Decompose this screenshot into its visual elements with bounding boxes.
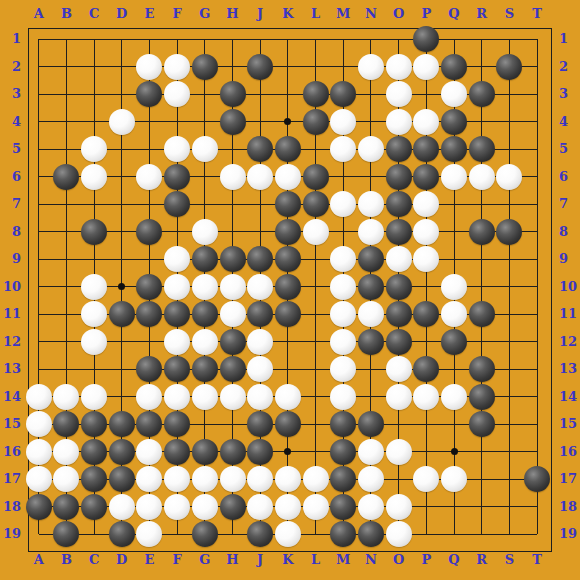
point-O2[interactable] [385,53,413,81]
point-N6[interactable] [357,163,385,191]
point-T2[interactable] [523,53,551,81]
point-A18[interactable] [25,493,53,521]
point-M1[interactable] [329,25,357,53]
point-F8[interactable] [163,218,191,246]
point-A6[interactable] [25,163,53,191]
point-N3[interactable] [357,80,385,108]
point-T15[interactable] [523,410,551,438]
point-C14[interactable] [80,383,108,411]
point-P14[interactable] [412,383,440,411]
point-M2[interactable] [329,53,357,81]
point-A9[interactable] [25,245,53,273]
point-A13[interactable] [25,355,53,383]
point-M6[interactable] [329,163,357,191]
point-T13[interactable] [523,355,551,383]
point-A3[interactable] [25,80,53,108]
point-L19[interactable] [302,520,330,548]
point-M11[interactable] [329,300,357,328]
point-K13[interactable] [274,355,302,383]
point-K3[interactable] [274,80,302,108]
point-F12[interactable] [163,328,191,356]
point-B7[interactable] [53,190,81,218]
point-K8[interactable] [274,218,302,246]
point-M16[interactable] [329,438,357,466]
point-E8[interactable] [136,218,164,246]
point-G1[interactable] [191,25,219,53]
point-S15[interactable] [496,410,524,438]
point-E13[interactable] [136,355,164,383]
point-J10[interactable] [246,273,274,301]
point-P16[interactable] [412,438,440,466]
point-O6[interactable] [385,163,413,191]
point-C16[interactable] [80,438,108,466]
point-P19[interactable] [412,520,440,548]
point-F13[interactable] [163,355,191,383]
point-K14[interactable] [274,383,302,411]
point-P6[interactable] [412,163,440,191]
point-F9[interactable] [163,245,191,273]
point-C15[interactable] [80,410,108,438]
point-Q17[interactable] [440,465,468,493]
point-C3[interactable] [80,80,108,108]
point-F5[interactable] [163,135,191,163]
point-H5[interactable] [219,135,247,163]
point-P18[interactable] [412,493,440,521]
point-R7[interactable] [468,190,496,218]
point-Q2[interactable] [440,53,468,81]
point-D4[interactable] [108,108,136,136]
point-K4[interactable] [274,108,302,136]
point-F4[interactable] [163,108,191,136]
point-M9[interactable] [329,245,357,273]
point-C2[interactable] [80,53,108,81]
point-Q8[interactable] [440,218,468,246]
point-N2[interactable] [357,53,385,81]
point-Q11[interactable] [440,300,468,328]
point-B9[interactable] [53,245,81,273]
point-G15[interactable] [191,410,219,438]
point-R8[interactable] [468,218,496,246]
point-O13[interactable] [385,355,413,383]
point-D12[interactable] [108,328,136,356]
point-P8[interactable] [412,218,440,246]
point-N5[interactable] [357,135,385,163]
point-H4[interactable] [219,108,247,136]
point-G8[interactable] [191,218,219,246]
point-S4[interactable] [496,108,524,136]
point-P13[interactable] [412,355,440,383]
point-B17[interactable] [53,465,81,493]
point-L18[interactable] [302,493,330,521]
point-R3[interactable] [468,80,496,108]
point-S3[interactable] [496,80,524,108]
point-N19[interactable] [357,520,385,548]
point-D19[interactable] [108,520,136,548]
point-Q19[interactable] [440,520,468,548]
point-P9[interactable] [412,245,440,273]
point-L7[interactable] [302,190,330,218]
point-O5[interactable] [385,135,413,163]
point-L14[interactable] [302,383,330,411]
point-B11[interactable] [53,300,81,328]
point-T16[interactable] [523,438,551,466]
point-M8[interactable] [329,218,357,246]
point-C10[interactable] [80,273,108,301]
point-L3[interactable] [302,80,330,108]
point-E2[interactable] [136,53,164,81]
point-R9[interactable] [468,245,496,273]
point-N10[interactable] [357,273,385,301]
point-E12[interactable] [136,328,164,356]
point-M3[interactable] [329,80,357,108]
point-S5[interactable] [496,135,524,163]
point-P15[interactable] [412,410,440,438]
point-B4[interactable] [53,108,81,136]
point-T14[interactable] [523,383,551,411]
point-J6[interactable] [246,163,274,191]
point-M17[interactable] [329,465,357,493]
point-F1[interactable] [163,25,191,53]
point-F19[interactable] [163,520,191,548]
point-G4[interactable] [191,108,219,136]
point-Q12[interactable] [440,328,468,356]
point-H11[interactable] [219,300,247,328]
point-K17[interactable] [274,465,302,493]
point-C12[interactable] [80,328,108,356]
point-M10[interactable] [329,273,357,301]
point-M4[interactable] [329,108,357,136]
point-L16[interactable] [302,438,330,466]
point-B16[interactable] [53,438,81,466]
point-N8[interactable] [357,218,385,246]
point-N15[interactable] [357,410,385,438]
point-A7[interactable] [25,190,53,218]
point-K5[interactable] [274,135,302,163]
point-T8[interactable] [523,218,551,246]
point-M7[interactable] [329,190,357,218]
point-D15[interactable] [108,410,136,438]
point-T4[interactable] [523,108,551,136]
point-D17[interactable] [108,465,136,493]
point-Q9[interactable] [440,245,468,273]
point-N9[interactable] [357,245,385,273]
point-M14[interactable] [329,383,357,411]
point-R13[interactable] [468,355,496,383]
point-S12[interactable] [496,328,524,356]
point-N4[interactable] [357,108,385,136]
point-T5[interactable] [523,135,551,163]
point-E18[interactable] [136,493,164,521]
point-A10[interactable] [25,273,53,301]
point-L15[interactable] [302,410,330,438]
point-P4[interactable] [412,108,440,136]
point-C17[interactable] [80,465,108,493]
point-B3[interactable] [53,80,81,108]
point-B1[interactable] [53,25,81,53]
point-B6[interactable] [53,163,81,191]
point-C18[interactable] [80,493,108,521]
point-H6[interactable] [219,163,247,191]
point-C6[interactable] [80,163,108,191]
point-E17[interactable] [136,465,164,493]
point-A14[interactable] [25,383,53,411]
point-Q18[interactable] [440,493,468,521]
point-A4[interactable] [25,108,53,136]
point-O18[interactable] [385,493,413,521]
point-T12[interactable] [523,328,551,356]
point-K2[interactable] [274,53,302,81]
point-N16[interactable] [357,438,385,466]
point-N7[interactable] [357,190,385,218]
point-A15[interactable] [25,410,53,438]
point-R18[interactable] [468,493,496,521]
point-H15[interactable] [219,410,247,438]
point-B13[interactable] [53,355,81,383]
point-F18[interactable] [163,493,191,521]
point-R2[interactable] [468,53,496,81]
point-P1[interactable] [412,25,440,53]
point-B10[interactable] [53,273,81,301]
point-R1[interactable] [468,25,496,53]
point-O19[interactable] [385,520,413,548]
point-R6[interactable] [468,163,496,191]
point-B15[interactable] [53,410,81,438]
point-L9[interactable] [302,245,330,273]
point-R16[interactable] [468,438,496,466]
point-E16[interactable] [136,438,164,466]
point-G14[interactable] [191,383,219,411]
point-E7[interactable] [136,190,164,218]
point-G6[interactable] [191,163,219,191]
point-Q4[interactable] [440,108,468,136]
point-Q10[interactable] [440,273,468,301]
point-H10[interactable] [219,273,247,301]
point-E3[interactable] [136,80,164,108]
point-J18[interactable] [246,493,274,521]
point-N1[interactable] [357,25,385,53]
point-P2[interactable] [412,53,440,81]
point-E15[interactable] [136,410,164,438]
point-A12[interactable] [25,328,53,356]
point-F15[interactable] [163,410,191,438]
point-Q1[interactable] [440,25,468,53]
point-D14[interactable] [108,383,136,411]
point-D8[interactable] [108,218,136,246]
point-H17[interactable] [219,465,247,493]
point-S13[interactable] [496,355,524,383]
point-L4[interactable] [302,108,330,136]
point-M15[interactable] [329,410,357,438]
point-N13[interactable] [357,355,385,383]
point-J19[interactable] [246,520,274,548]
point-P3[interactable] [412,80,440,108]
point-C4[interactable] [80,108,108,136]
point-R4[interactable] [468,108,496,136]
point-E11[interactable] [136,300,164,328]
point-O7[interactable] [385,190,413,218]
point-Q3[interactable] [440,80,468,108]
point-T9[interactable] [523,245,551,273]
point-G16[interactable] [191,438,219,466]
point-Q5[interactable] [440,135,468,163]
point-A1[interactable] [25,25,53,53]
point-O12[interactable] [385,328,413,356]
point-J1[interactable] [246,25,274,53]
point-J17[interactable] [246,465,274,493]
point-G7[interactable] [191,190,219,218]
point-H1[interactable] [219,25,247,53]
point-J4[interactable] [246,108,274,136]
point-K19[interactable] [274,520,302,548]
point-G17[interactable] [191,465,219,493]
point-L1[interactable] [302,25,330,53]
point-N12[interactable] [357,328,385,356]
point-A17[interactable] [25,465,53,493]
point-H2[interactable] [219,53,247,81]
point-H7[interactable] [219,190,247,218]
point-A19[interactable] [25,520,53,548]
point-J15[interactable] [246,410,274,438]
point-S7[interactable] [496,190,524,218]
point-J13[interactable] [246,355,274,383]
point-H8[interactable] [219,218,247,246]
point-E19[interactable] [136,520,164,548]
point-F7[interactable] [163,190,191,218]
point-R14[interactable] [468,383,496,411]
point-Q15[interactable] [440,410,468,438]
point-F6[interactable] [163,163,191,191]
point-J8[interactable] [246,218,274,246]
point-D2[interactable] [108,53,136,81]
point-B19[interactable] [53,520,81,548]
point-O3[interactable] [385,80,413,108]
point-F16[interactable] [163,438,191,466]
point-E1[interactable] [136,25,164,53]
point-H9[interactable] [219,245,247,273]
point-K6[interactable] [274,163,302,191]
point-O9[interactable] [385,245,413,273]
point-P17[interactable] [412,465,440,493]
point-H19[interactable] [219,520,247,548]
point-H14[interactable] [219,383,247,411]
point-T7[interactable] [523,190,551,218]
point-H18[interactable] [219,493,247,521]
point-C13[interactable] [80,355,108,383]
point-Q16[interactable] [440,438,468,466]
point-B12[interactable] [53,328,81,356]
point-T17[interactable] [523,465,551,493]
point-J9[interactable] [246,245,274,273]
point-S6[interactable] [496,163,524,191]
point-L10[interactable] [302,273,330,301]
point-O1[interactable] [385,25,413,53]
point-A11[interactable] [25,300,53,328]
point-C8[interactable] [80,218,108,246]
point-H16[interactable] [219,438,247,466]
point-D3[interactable] [108,80,136,108]
point-E6[interactable] [136,163,164,191]
point-E4[interactable] [136,108,164,136]
point-K1[interactable] [274,25,302,53]
point-F10[interactable] [163,273,191,301]
point-P10[interactable] [412,273,440,301]
point-S18[interactable] [496,493,524,521]
point-N11[interactable] [357,300,385,328]
point-S9[interactable] [496,245,524,273]
point-J2[interactable] [246,53,274,81]
point-J5[interactable] [246,135,274,163]
point-O16[interactable] [385,438,413,466]
point-D11[interactable] [108,300,136,328]
point-G9[interactable] [191,245,219,273]
point-M13[interactable] [329,355,357,383]
point-H13[interactable] [219,355,247,383]
point-N14[interactable] [357,383,385,411]
point-K12[interactable] [274,328,302,356]
point-Q13[interactable] [440,355,468,383]
point-G19[interactable] [191,520,219,548]
point-M12[interactable] [329,328,357,356]
point-G10[interactable] [191,273,219,301]
point-F11[interactable] [163,300,191,328]
point-S11[interactable] [496,300,524,328]
point-L8[interactable] [302,218,330,246]
point-G2[interactable] [191,53,219,81]
point-E9[interactable] [136,245,164,273]
point-S10[interactable] [496,273,524,301]
point-O14[interactable] [385,383,413,411]
point-F17[interactable] [163,465,191,493]
point-D9[interactable] [108,245,136,273]
point-L12[interactable] [302,328,330,356]
point-M18[interactable] [329,493,357,521]
point-S14[interactable] [496,383,524,411]
point-K7[interactable] [274,190,302,218]
point-N18[interactable] [357,493,385,521]
point-S16[interactable] [496,438,524,466]
point-D6[interactable] [108,163,136,191]
point-H3[interactable] [219,80,247,108]
point-G12[interactable] [191,328,219,356]
point-J3[interactable] [246,80,274,108]
point-H12[interactable] [219,328,247,356]
point-S2[interactable] [496,53,524,81]
point-P11[interactable] [412,300,440,328]
point-R12[interactable] [468,328,496,356]
point-O10[interactable] [385,273,413,301]
point-S19[interactable] [496,520,524,548]
point-L5[interactable] [302,135,330,163]
point-C1[interactable] [80,25,108,53]
point-R5[interactable] [468,135,496,163]
point-S1[interactable] [496,25,524,53]
point-K11[interactable] [274,300,302,328]
point-O15[interactable] [385,410,413,438]
point-K10[interactable] [274,273,302,301]
point-G3[interactable] [191,80,219,108]
point-C19[interactable] [80,520,108,548]
point-C9[interactable] [80,245,108,273]
point-G13[interactable] [191,355,219,383]
point-O17[interactable] [385,465,413,493]
point-K18[interactable] [274,493,302,521]
point-J16[interactable] [246,438,274,466]
point-R10[interactable] [468,273,496,301]
point-R17[interactable] [468,465,496,493]
point-R11[interactable] [468,300,496,328]
point-R19[interactable] [468,520,496,548]
point-T1[interactable] [523,25,551,53]
